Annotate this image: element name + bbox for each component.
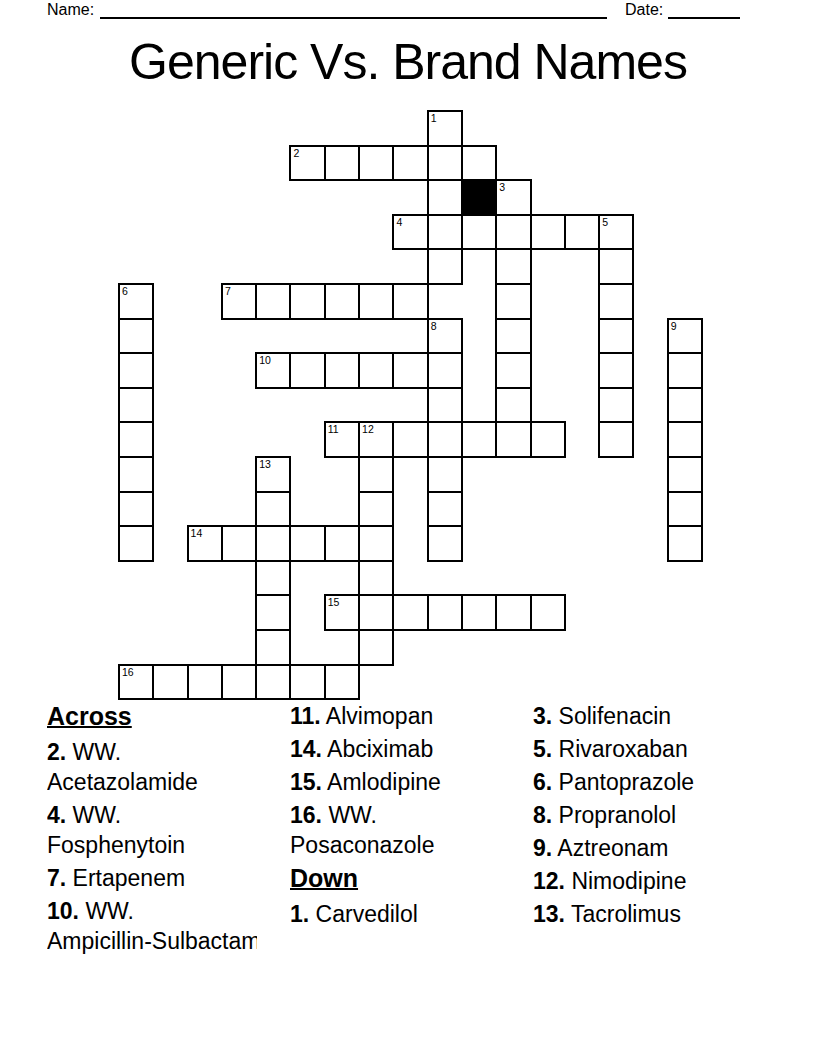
grid-cell[interactable] [358,352,394,389]
grid-cell[interactable] [530,594,566,631]
grid-cell[interactable]: 14 [187,525,223,562]
grid-cell[interactable] [495,352,531,389]
grid-cell[interactable] [289,664,325,701]
grid-cell[interactable]: 15 [324,594,360,631]
grid-cell[interactable]: 12 [358,421,394,458]
cell-number: 7 [225,285,231,297]
grid-cell[interactable] [530,214,566,251]
grid-cell[interactable]: 10 [255,352,291,389]
grid-cell[interactable] [667,421,703,458]
cell-number: 8 [431,320,437,332]
grid-cell[interactable] [358,145,394,182]
clue-number: 3. [533,703,552,729]
grid-cell[interactable] [324,145,360,182]
cell-number: 6 [122,285,128,297]
grid-cell-black [461,179,497,216]
grid-cell[interactable] [427,491,463,528]
grid-cell[interactable] [427,214,463,251]
grid-cell[interactable] [427,525,463,562]
clue-across-10: 10. WW. Ampicillin-Sulbactam [47,896,257,956]
grid-cell[interactable] [358,491,394,528]
grid-cell[interactable] [118,491,154,528]
grid-cell[interactable] [187,664,223,701]
grid-cell[interactable] [598,421,634,458]
grid-cell[interactable] [427,145,463,182]
grid-cell[interactable] [324,664,360,701]
clue-number: 16. [290,802,322,828]
grid-cell[interactable] [495,214,531,251]
grid-cell[interactable] [598,283,634,320]
grid-cell[interactable] [358,283,394,320]
grid-cell[interactable] [324,283,360,320]
grid-cell[interactable] [667,525,703,562]
clue-down-8: 8. Propranolol [533,800,793,830]
grid-cell[interactable] [118,421,154,458]
clues-header-across: Across [47,701,257,731]
clue-number: 15. [290,769,322,795]
grid-cell[interactable]: 11 [324,421,360,458]
grid-cell[interactable] [427,421,463,458]
grid-cell[interactable]: 7 [221,283,257,320]
grid-cell[interactable] [461,145,497,182]
grid-cell[interactable] [598,387,634,424]
grid-cell[interactable] [221,664,257,701]
grid-cell[interactable]: 8 [427,318,463,355]
grid-cell[interactable] [255,283,291,320]
grid-cell[interactable]: 2 [289,145,325,182]
crossword-grid: 12345678910111213141516 [118,110,701,698]
grid-cell[interactable] [118,387,154,424]
grid-cell[interactable] [358,456,394,493]
grid-cell[interactable]: 4 [392,214,428,251]
grid-cell[interactable] [495,248,531,285]
grid-cell[interactable] [392,145,428,182]
grid-cell[interactable]: 5 [598,214,634,251]
grid-cell[interactable] [118,352,154,389]
grid-cell[interactable] [461,214,497,251]
date-input-line[interactable] [668,0,740,19]
clue-number: 8. [533,802,552,828]
clue-number: 13. [533,901,565,927]
grid-cell[interactable] [461,594,497,631]
clue-number: 7. [47,865,66,891]
cell-number: 3 [499,181,505,193]
grid-cell[interactable]: 16 [118,664,154,701]
grid-cell[interactable] [564,214,600,251]
clue-down-3: 3. Solifenacin [533,701,793,731]
clues-column-1: Across2. WW. Acetazolamide4. WW. Fosphen… [47,701,257,959]
clues-column-2: 11. Alvimopan14. Abciximab15. Amlodipine… [290,701,505,932]
grid-cell[interactable] [667,352,703,389]
cell-number: 11 [328,423,339,435]
grid-cell[interactable] [427,352,463,389]
clue-number: 11. [290,703,321,729]
clues-column-3: 3. Solifenacin5. Rivaroxaban6. Pantopraz… [533,701,793,932]
clue-number: 4. [47,802,66,828]
date-label: Date: [625,1,663,19]
clue-number: 1. [290,901,309,927]
grid-cell[interactable] [358,594,394,631]
grid-cell[interactable] [495,421,531,458]
clue-across-14: 14. Abciximab [290,734,505,764]
grid-cell[interactable] [221,525,257,562]
cell-number: 13 [259,458,271,470]
grid-cell[interactable] [289,283,325,320]
clue-number: 9. [533,835,552,861]
grid-cell[interactable]: 6 [118,283,154,320]
grid-cell[interactable] [358,629,394,666]
grid-cell[interactable] [427,179,463,216]
grid-cell[interactable] [495,387,531,424]
cell-number: 15 [328,596,340,608]
clue-across-11: 11. Alvimopan [290,701,505,731]
grid-cell[interactable] [324,352,360,389]
cell-number: 9 [671,320,677,332]
grid-cell[interactable] [255,525,291,562]
grid-cell[interactable] [255,664,291,701]
clue-number: 5. [533,736,552,762]
grid-cell[interactable] [598,318,634,355]
clue-number: 14. [290,736,322,762]
cell-number: 14 [191,527,203,539]
grid-cell[interactable] [118,318,154,355]
clue-down-9: 9. Aztreonam [533,833,793,863]
cell-number: 12 [362,423,374,435]
clues-header-down: Down [290,863,505,893]
clue-down-13: 13. Tacrolimus [533,899,793,929]
grid-cell[interactable] [598,248,634,285]
grid-cell[interactable]: 1 [427,110,463,147]
grid-cell[interactable] [427,387,463,424]
clue-down-5: 5. Rivaroxaban [533,734,793,764]
clue-across-16: 16. WW. Posaconazole [290,800,505,860]
clue-across-2: 2. WW. Acetazolamide [47,737,257,797]
grid-cell[interactable] [392,352,428,389]
grid-cell[interactable] [427,594,463,631]
grid-cell[interactable] [461,421,497,458]
grid-cell[interactable] [118,456,154,493]
clue-down-1: 1. Carvedilol [290,899,505,929]
clue-across-4: 4. WW. Fosphenytoin [47,800,257,860]
grid-cell[interactable]: 3 [495,179,531,216]
grid-cell[interactable] [598,352,634,389]
name-input-line[interactable] [100,0,607,19]
cell-number: 10 [259,354,271,366]
grid-cell[interactable] [289,525,325,562]
cell-number: 5 [602,216,608,228]
grid-cell[interactable] [427,248,463,285]
cell-number: 4 [396,216,402,228]
grid-cell[interactable] [255,629,291,666]
clue-number: 10. [47,898,79,924]
cell-number: 16 [122,666,134,678]
grid-cell[interactable] [667,387,703,424]
grid-cell[interactable] [255,560,291,597]
grid-cell[interactable] [392,283,428,320]
grid-cell[interactable] [495,283,531,320]
grid-cell[interactable] [118,525,154,562]
grid-cell[interactable] [667,456,703,493]
clue-number: 6. [533,769,552,795]
grid-cell[interactable] [530,421,566,458]
grid-cell[interactable]: 13 [255,456,291,493]
grid-cell[interactable] [667,491,703,528]
grid-cell[interactable] [495,594,531,631]
grid-cell[interactable] [495,318,531,355]
grid-cell[interactable] [289,352,325,389]
page-title: Generic Vs. Brand Names [0,33,816,91]
clue-across-15: 15. Amlodipine [290,767,505,797]
clue-number: 12. [533,868,565,894]
grid-cell[interactable] [324,525,360,562]
grid-cell[interactable]: 9 [667,318,703,355]
grid-cell[interactable] [392,594,428,631]
cell-number: 2 [293,147,299,159]
clue-down-12: 12. Nimodipine [533,866,793,896]
grid-cell[interactable] [427,456,463,493]
clue-down-6: 6. Pantoprazole [533,767,793,797]
grid-cell[interactable] [358,525,394,562]
cell-number: 1 [431,112,437,124]
clue-number: 2. [47,739,66,765]
name-label: Name: [47,1,94,19]
clue-across-7: 7. Ertapenem [47,863,257,893]
grid-cell[interactable] [392,421,428,458]
grid-cell[interactable] [255,491,291,528]
grid-cell[interactable] [255,594,291,631]
grid-cell[interactable] [358,560,394,597]
grid-cell[interactable] [152,664,188,701]
